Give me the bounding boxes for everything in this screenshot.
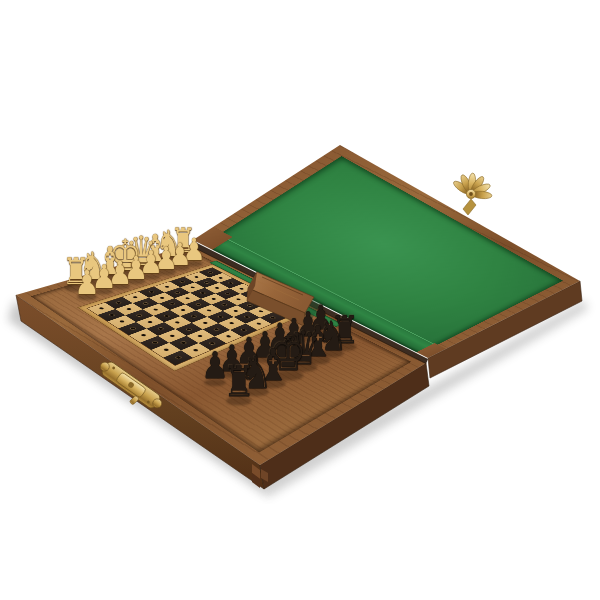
travel-chess-set-photo: Opened folding wooden travel chess set: … xyxy=(0,0,600,600)
clasp-latch[interactable] xyxy=(92,358,165,419)
shell-knob[interactable] xyxy=(452,173,493,215)
white-pawn[interactable]: ♟ xyxy=(74,266,99,299)
black-rook[interactable]: ♜ xyxy=(223,362,255,404)
